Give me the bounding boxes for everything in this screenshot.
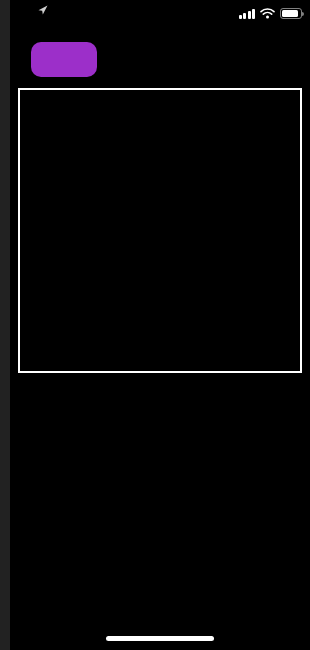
battery-icon [280,8,302,19]
status-bar [10,0,310,28]
app-screen [10,0,310,650]
sudoku-board [18,88,302,373]
number-pad [20,533,301,589]
status-bar-left [34,5,48,15]
location-arrow-icon [38,5,48,15]
action-bar [20,499,301,523]
wifi-icon [260,8,275,19]
cellular-signal-icon [239,9,256,19]
status-bar-right [239,8,303,19]
home-indicator[interactable] [106,636,214,641]
save-button[interactable] [31,42,97,77]
